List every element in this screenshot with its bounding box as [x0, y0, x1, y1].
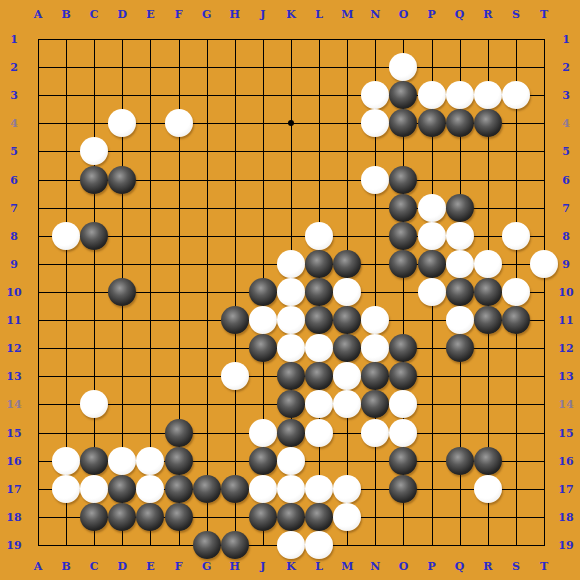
column-label-bottom: S	[512, 560, 520, 573]
stone-white	[474, 250, 502, 278]
stone-black	[446, 278, 474, 306]
stone-black	[389, 222, 417, 250]
star-point	[288, 120, 294, 126]
stone-black	[446, 109, 474, 137]
stone-white	[333, 503, 361, 531]
stone-black	[389, 475, 417, 503]
stone-white	[446, 306, 474, 334]
row-label-right: 1	[562, 33, 570, 46]
stone-white	[361, 306, 389, 334]
column-label-top: H	[230, 8, 240, 21]
row-label-left: 17	[6, 482, 21, 495]
stone-white	[305, 334, 333, 362]
row-label-right: 10	[558, 286, 573, 299]
stone-black	[165, 447, 193, 475]
stone-white	[530, 250, 558, 278]
stone-white	[418, 194, 446, 222]
row-label-right: 3	[562, 89, 570, 102]
stone-black	[249, 334, 277, 362]
stone-white	[221, 362, 249, 390]
stone-white	[80, 390, 108, 418]
row-label-right: 12	[558, 342, 573, 355]
column-label-bottom: T	[540, 560, 548, 573]
stone-white	[474, 475, 502, 503]
stone-white	[249, 419, 277, 447]
row-label-right: 6	[562, 173, 570, 186]
stone-black	[193, 475, 221, 503]
stone-black	[249, 447, 277, 475]
stone-black	[389, 447, 417, 475]
column-label-bottom: G	[202, 560, 211, 573]
column-label-top: O	[399, 8, 409, 21]
stone-black	[221, 475, 249, 503]
row-label-right: 11	[558, 314, 573, 327]
stone-black	[446, 194, 474, 222]
stone-white	[249, 306, 277, 334]
stone-black	[305, 250, 333, 278]
row-label-left: 19	[6, 539, 21, 552]
stone-white	[418, 278, 446, 306]
column-label-bottom: L	[315, 560, 323, 573]
stone-black	[277, 503, 305, 531]
stone-black	[333, 334, 361, 362]
stone-white	[136, 475, 164, 503]
stone-white	[502, 81, 530, 109]
row-label-right: 7	[562, 201, 570, 214]
stone-black	[221, 531, 249, 559]
column-label-bottom: H	[230, 560, 240, 573]
stone-white	[333, 362, 361, 390]
column-label-bottom: K	[286, 560, 296, 573]
row-label-left: 3	[10, 89, 18, 102]
column-label-bottom: E	[146, 560, 154, 573]
stone-white	[333, 475, 361, 503]
stone-white	[165, 109, 193, 137]
row-label-right: 17	[558, 482, 573, 495]
stone-white	[502, 278, 530, 306]
row-label-left: 13	[6, 370, 21, 383]
column-label-bottom: M	[341, 560, 353, 573]
stone-black	[305, 278, 333, 306]
column-label-top: N	[370, 8, 380, 21]
row-label-left: 15	[6, 426, 21, 439]
stone-white	[305, 390, 333, 418]
stone-white	[305, 475, 333, 503]
stone-white	[333, 390, 361, 418]
stone-black	[361, 390, 389, 418]
column-label-top: S	[512, 8, 520, 21]
stone-black	[305, 362, 333, 390]
column-label-top: P	[427, 8, 435, 21]
row-label-right: 4	[562, 117, 570, 130]
stone-white	[389, 390, 417, 418]
row-label-left: 16	[6, 454, 21, 467]
row-label-right: 9	[562, 257, 570, 270]
row-label-left: 5	[10, 145, 18, 158]
stone-white	[277, 447, 305, 475]
row-label-left: 18	[6, 510, 21, 523]
stone-black	[474, 278, 502, 306]
stone-white	[361, 109, 389, 137]
row-label-left: 10	[6, 286, 21, 299]
stone-white	[277, 306, 305, 334]
stone-white	[502, 222, 530, 250]
row-label-left: 4	[10, 117, 18, 130]
stone-black	[333, 306, 361, 334]
stone-white	[277, 278, 305, 306]
row-label-left: 2	[10, 61, 18, 74]
column-label-bottom: A	[34, 560, 43, 573]
stone-black	[108, 166, 136, 194]
stone-white	[52, 222, 80, 250]
stone-white	[305, 531, 333, 559]
stone-white	[277, 531, 305, 559]
row-label-right: 18	[558, 510, 573, 523]
stone-black	[389, 109, 417, 137]
column-label-bottom: Q	[455, 560, 465, 573]
stone-black	[80, 503, 108, 531]
row-label-left: 7	[10, 201, 18, 214]
stone-black	[474, 306, 502, 334]
stone-black	[305, 503, 333, 531]
stone-white	[361, 81, 389, 109]
column-label-bottom: J	[260, 560, 265, 573]
stone-white	[418, 222, 446, 250]
row-label-left: 1	[10, 33, 18, 46]
column-label-top: K	[286, 8, 296, 21]
stone-black	[80, 166, 108, 194]
stone-black	[474, 109, 502, 137]
stone-white	[474, 81, 502, 109]
stone-black	[249, 503, 277, 531]
stone-black	[474, 447, 502, 475]
column-label-bottom: N	[370, 560, 380, 573]
stone-black	[305, 306, 333, 334]
column-label-top: M	[341, 8, 353, 21]
stone-white	[80, 475, 108, 503]
column-label-top: F	[175, 8, 183, 21]
stone-black	[389, 250, 417, 278]
column-label-bottom: D	[118, 560, 128, 573]
row-label-right: 14	[558, 398, 573, 411]
column-label-bottom: R	[483, 560, 492, 573]
stone-black	[333, 250, 361, 278]
stone-black	[277, 362, 305, 390]
stone-black	[136, 503, 164, 531]
stone-black	[221, 306, 249, 334]
stone-white	[446, 81, 474, 109]
stone-white	[361, 166, 389, 194]
row-label-right: 13	[558, 370, 573, 383]
stone-white	[108, 447, 136, 475]
stone-white	[108, 109, 136, 137]
stone-white	[277, 250, 305, 278]
stone-black	[446, 447, 474, 475]
stone-black	[389, 362, 417, 390]
stone-white	[389, 419, 417, 447]
stone-black	[277, 390, 305, 418]
row-label-left: 9	[10, 257, 18, 270]
column-label-top: T	[540, 8, 548, 21]
stone-white	[305, 222, 333, 250]
stone-black	[389, 334, 417, 362]
stone-black	[418, 109, 446, 137]
row-label-left: 8	[10, 229, 18, 242]
stone-white	[446, 250, 474, 278]
stone-black	[389, 166, 417, 194]
stone-white	[446, 222, 474, 250]
stone-black	[80, 447, 108, 475]
stone-white	[249, 475, 277, 503]
stone-black	[165, 419, 193, 447]
stone-black	[193, 531, 221, 559]
column-label-top: C	[90, 8, 99, 21]
column-label-bottom: O	[399, 560, 409, 573]
column-label-bottom: B	[61, 560, 70, 573]
column-label-bottom: F	[175, 560, 183, 573]
stone-black	[165, 503, 193, 531]
stone-black	[389, 194, 417, 222]
row-label-right: 2	[562, 61, 570, 74]
stone-white	[277, 475, 305, 503]
column-label-top: J	[260, 8, 265, 21]
row-label-right: 15	[558, 426, 573, 439]
stone-white	[277, 334, 305, 362]
go-board[interactable]: AABBCCDDEEFFGGHHJJKKLLMMNNOOPPQQRRSSTT11…	[0, 0, 580, 580]
row-label-left: 12	[6, 342, 21, 355]
stone-black	[502, 306, 530, 334]
stone-black	[108, 278, 136, 306]
column-label-top: A	[34, 8, 43, 21]
stone-white	[333, 278, 361, 306]
stone-white	[80, 137, 108, 165]
stone-white	[52, 447, 80, 475]
row-label-right: 16	[558, 454, 573, 467]
row-label-left: 6	[10, 173, 18, 186]
stone-white	[305, 419, 333, 447]
row-label-left: 14	[6, 398, 21, 411]
stone-white	[52, 475, 80, 503]
column-label-top: R	[483, 8, 492, 21]
stone-white	[361, 334, 389, 362]
stone-black	[389, 81, 417, 109]
stone-black	[80, 222, 108, 250]
stone-white	[136, 447, 164, 475]
stone-black	[277, 419, 305, 447]
column-label-top: D	[118, 8, 128, 21]
column-label-bottom: P	[427, 560, 435, 573]
stone-black	[165, 475, 193, 503]
stone-black	[108, 475, 136, 503]
row-label-right: 19	[558, 539, 573, 552]
stone-black	[249, 278, 277, 306]
row-label-right: 8	[562, 229, 570, 242]
stone-white	[361, 419, 389, 447]
stone-black	[361, 362, 389, 390]
column-label-top: Q	[455, 8, 465, 21]
stone-white	[389, 53, 417, 81]
column-label-top: E	[146, 8, 154, 21]
column-label-top: G	[202, 8, 211, 21]
column-label-top: B	[61, 8, 70, 21]
stone-white	[418, 81, 446, 109]
row-label-left: 11	[6, 314, 21, 327]
stone-black	[446, 334, 474, 362]
stone-black	[418, 250, 446, 278]
column-label-bottom: C	[90, 560, 99, 573]
column-label-top: L	[315, 8, 323, 21]
stone-black	[108, 503, 136, 531]
row-label-right: 5	[562, 145, 570, 158]
grid-line-vertical	[544, 39, 545, 546]
